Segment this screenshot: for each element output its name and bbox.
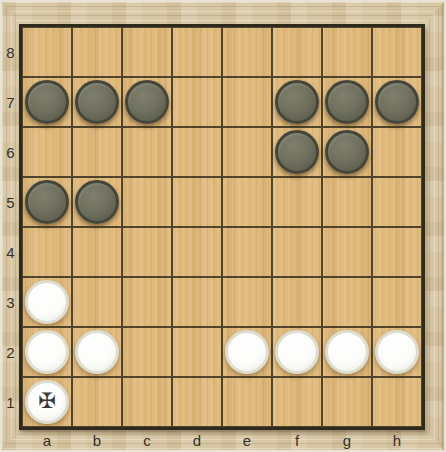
white-disc-e2[interactable]: [225, 330, 269, 374]
cell-c7[interactable]: [122, 77, 172, 127]
cell-f8[interactable]: [272, 27, 322, 77]
cell-c5[interactable]: [122, 177, 172, 227]
white-disc-g2[interactable]: [325, 330, 369, 374]
file-label-f: f: [272, 430, 322, 450]
white-disc-a2[interactable]: [25, 330, 69, 374]
cell-g2[interactable]: [322, 327, 372, 377]
game-board: ✠: [19, 24, 425, 430]
cell-g3[interactable]: [322, 277, 372, 327]
file-label-d: d: [172, 430, 222, 450]
white-disc-a3[interactable]: [25, 280, 69, 324]
cell-b5[interactable]: [72, 177, 122, 227]
file-label-a: a: [22, 430, 72, 450]
cell-a5[interactable]: [22, 177, 72, 227]
cell-d5[interactable]: [172, 177, 222, 227]
screenshot-root: ✠ 87654321 abcdefgh: [0, 0, 446, 452]
cell-g8[interactable]: [322, 27, 372, 77]
cell-c3[interactable]: [122, 277, 172, 327]
white-disc-h2[interactable]: [375, 330, 419, 374]
cell-g7[interactable]: [322, 77, 372, 127]
cell-h3[interactable]: [372, 277, 422, 327]
cell-b8[interactable]: [72, 27, 122, 77]
cell-b7[interactable]: [72, 77, 122, 127]
black-disc-c7[interactable]: [125, 80, 169, 124]
cell-g6[interactable]: [322, 127, 372, 177]
black-disc-b7[interactable]: [75, 80, 119, 124]
cell-b4[interactable]: [72, 227, 122, 277]
cell-d2[interactable]: [172, 327, 222, 377]
cell-h5[interactable]: [372, 177, 422, 227]
cell-a6[interactable]: [22, 127, 72, 177]
cell-e2[interactable]: [222, 327, 272, 377]
file-labels: abcdefgh: [22, 430, 422, 450]
rank-label-2: 2: [2, 327, 19, 377]
cell-e4[interactable]: [222, 227, 272, 277]
black-disc-a5[interactable]: [25, 180, 69, 224]
cell-f1[interactable]: [272, 377, 322, 427]
rank-label-5: 5: [2, 177, 19, 227]
white-disc-b2[interactable]: [75, 330, 119, 374]
file-label-c: c: [122, 430, 172, 450]
rank-label-8: 8: [2, 27, 19, 77]
file-label-b: b: [72, 430, 122, 450]
cell-a3[interactable]: [22, 277, 72, 327]
black-disc-f6[interactable]: [275, 130, 319, 174]
rank-label-4: 4: [2, 227, 19, 277]
cell-f7[interactable]: [272, 77, 322, 127]
cell-a8[interactable]: [22, 27, 72, 77]
rank-label-7: 7: [2, 77, 19, 127]
last-move-marker-icon: ✠: [38, 391, 56, 412]
cell-h4[interactable]: [372, 227, 422, 277]
white-disc-f2[interactable]: [275, 330, 319, 374]
black-disc-f7[interactable]: [275, 80, 319, 124]
cell-b1[interactable]: [72, 377, 122, 427]
black-disc-a7[interactable]: [25, 80, 69, 124]
cell-d7[interactable]: [172, 77, 222, 127]
rank-labels: 87654321: [2, 27, 19, 427]
white-disc-a1[interactable]: ✠: [25, 380, 69, 424]
cell-d3[interactable]: [172, 277, 222, 327]
rank-label-3: 3: [2, 277, 19, 327]
cell-a4[interactable]: [22, 227, 72, 277]
file-label-h: h: [372, 430, 422, 450]
cell-c2[interactable]: [122, 327, 172, 377]
cell-c4[interactable]: [122, 227, 172, 277]
cell-a1[interactable]: ✠: [22, 377, 72, 427]
cell-h2[interactable]: [372, 327, 422, 377]
cell-g4[interactable]: [322, 227, 372, 277]
cell-b6[interactable]: [72, 127, 122, 177]
cell-b3[interactable]: [72, 277, 122, 327]
rank-label-1: 1: [2, 377, 19, 427]
cell-e3[interactable]: [222, 277, 272, 327]
file-label-e: e: [222, 430, 272, 450]
cell-h8[interactable]: [372, 27, 422, 77]
cell-h6[interactable]: [372, 127, 422, 177]
cell-f2[interactable]: [272, 327, 322, 377]
black-disc-h7[interactable]: [375, 80, 419, 124]
wooden-board-frame: ✠ 87654321 abcdefgh: [2, 2, 444, 450]
cell-d1[interactable]: [172, 377, 222, 427]
cell-e1[interactable]: [222, 377, 272, 427]
file-label-g: g: [322, 430, 372, 450]
black-disc-b5[interactable]: [75, 180, 119, 224]
cell-d8[interactable]: [172, 27, 222, 77]
cell-g1[interactable]: [322, 377, 372, 427]
cell-e6[interactable]: [222, 127, 272, 177]
cell-a7[interactable]: [22, 77, 72, 127]
cell-c1[interactable]: [122, 377, 172, 427]
cell-d4[interactable]: [172, 227, 222, 277]
cell-h1[interactable]: [372, 377, 422, 427]
black-disc-g7[interactable]: [325, 80, 369, 124]
cell-f3[interactable]: [272, 277, 322, 327]
cell-f6[interactable]: [272, 127, 322, 177]
cell-b2[interactable]: [72, 327, 122, 377]
cell-a2[interactable]: [22, 327, 72, 377]
cell-f4[interactable]: [272, 227, 322, 277]
cell-c8[interactable]: [122, 27, 172, 77]
wooden-frame-right: [425, 2, 444, 450]
cell-e8[interactable]: [222, 27, 272, 77]
cell-f5[interactable]: [272, 177, 322, 227]
rank-label-6: 6: [2, 127, 19, 177]
cell-d6[interactable]: [172, 127, 222, 177]
wooden-frame-top: [2, 2, 444, 24]
cell-c6[interactable]: [122, 127, 172, 177]
cell-h7[interactable]: [372, 77, 422, 127]
cell-g5[interactable]: [322, 177, 372, 227]
cell-e7[interactable]: [222, 77, 272, 127]
cell-e5[interactable]: [222, 177, 272, 227]
black-disc-g6[interactable]: [325, 130, 369, 174]
